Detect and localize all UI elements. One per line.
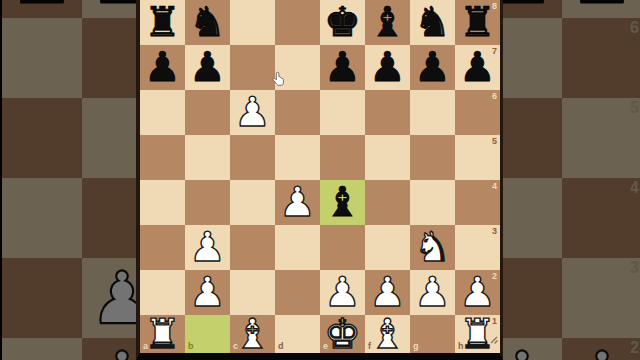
rank-label-8: 8 (492, 2, 497, 11)
square-b2[interactable]: ♟ (185, 270, 230, 315)
square-d4[interactable]: ♟ (275, 180, 320, 225)
square-c7[interactable] (230, 45, 275, 90)
square-e2[interactable]: ♟ (320, 270, 365, 315)
square-b6[interactable] (185, 90, 230, 135)
piece-wP-d4[interactable]: ♟ (279, 182, 316, 223)
square-b4[interactable] (185, 180, 230, 225)
piece-wP-b3[interactable]: ♟ (189, 227, 226, 268)
square-d1[interactable]: d (275, 315, 320, 353)
board-resize-handle-icon[interactable] (489, 335, 498, 344)
file-label-h: h (458, 342, 464, 351)
piece-bP-g7[interactable]: ♟ (414, 47, 451, 88)
rank-label-6: 6 (492, 92, 497, 101)
piece-bR-h8[interactable]: ♜ (459, 2, 496, 43)
square-e5[interactable] (320, 135, 365, 180)
chess-board-frame: ♜♞♚♝♞♜8♟♟♟♟♟♟7♟65♟♝4♟♞3♟♟♟♟♟2♜ab♝cd♚e♝fg… (136, 0, 503, 360)
rank-label-2: 2 (492, 272, 497, 281)
square-b5[interactable] (185, 135, 230, 180)
piece-wP-h2[interactable]: ♟ (459, 272, 496, 313)
piece-bR-a8[interactable]: ♜ (144, 2, 181, 43)
square-f1[interactable]: ♝f (365, 315, 410, 353)
square-g8[interactable]: ♞ (410, 0, 455, 45)
square-f3[interactable] (365, 225, 410, 270)
rank-label-5: 5 (492, 137, 497, 146)
square-h5[interactable]: 5 (455, 135, 500, 180)
square-g4[interactable] (410, 180, 455, 225)
rank-label-7: 7 (492, 47, 497, 56)
piece-bP-a7[interactable]: ♟ (144, 47, 181, 88)
file-label-e: e (323, 342, 328, 351)
piece-bP-e7[interactable]: ♟ (324, 47, 361, 88)
square-h8[interactable]: ♜8 (455, 0, 500, 45)
square-f5[interactable] (365, 135, 410, 180)
square-g6[interactable] (410, 90, 455, 135)
square-g7[interactable]: ♟ (410, 45, 455, 90)
square-a5[interactable] (140, 135, 185, 180)
piece-bP-f7[interactable]: ♟ (369, 47, 406, 88)
square-a6[interactable] (140, 90, 185, 135)
square-f2[interactable]: ♟ (365, 270, 410, 315)
square-e7[interactable]: ♟ (320, 45, 365, 90)
square-d6[interactable] (275, 90, 320, 135)
square-d5[interactable] (275, 135, 320, 180)
square-a3[interactable] (140, 225, 185, 270)
square-h6[interactable]: 6 (455, 90, 500, 135)
piece-wN-g3[interactable]: ♞ (414, 227, 451, 268)
file-label-g: g (413, 342, 419, 351)
square-e6[interactable] (320, 90, 365, 135)
square-c6[interactable]: ♟ (230, 90, 275, 135)
piece-wP-f2[interactable]: ♟ (369, 272, 406, 313)
piece-wR-a1[interactable]: ♜ (144, 314, 181, 355)
file-label-d: d (278, 342, 284, 351)
piece-bN-b8[interactable]: ♞ (189, 2, 226, 43)
piece-bB-f8[interactable]: ♝ (369, 2, 406, 43)
piece-wP-b2[interactable]: ♟ (189, 272, 226, 313)
square-e3[interactable] (320, 225, 365, 270)
hand-pointer-cursor-icon (271, 71, 286, 90)
rank-label-3: 3 (492, 227, 497, 236)
square-h1[interactable]: ♜h1 (455, 315, 500, 353)
piece-bP-h7[interactable]: ♟ (459, 47, 496, 88)
square-h2[interactable]: ♟2 (455, 270, 500, 315)
square-c1[interactable]: ♝c (230, 315, 275, 353)
square-d3[interactable] (275, 225, 320, 270)
piece-wP-e2[interactable]: ♟ (324, 272, 361, 313)
square-e1[interactable]: ♚e (320, 315, 365, 353)
square-f8[interactable]: ♝ (365, 0, 410, 45)
square-f6[interactable] (365, 90, 410, 135)
square-c5[interactable] (230, 135, 275, 180)
file-label-c: c (233, 342, 238, 351)
rank-label-4: 4 (492, 182, 497, 191)
square-a2[interactable] (140, 270, 185, 315)
square-e8[interactable]: ♚ (320, 0, 365, 45)
square-a4[interactable] (140, 180, 185, 225)
piece-wK-e1[interactable]: ♚ (324, 314, 361, 355)
rank-label-1: 1 (492, 317, 497, 326)
piece-wB-c1[interactable]: ♝ (234, 314, 271, 355)
file-label-a: a (143, 342, 148, 351)
square-d8[interactable] (275, 0, 320, 45)
piece-wB-f1[interactable]: ♝ (369, 314, 406, 355)
square-h3[interactable]: 3 (455, 225, 500, 270)
square-a8[interactable]: ♜ (140, 0, 185, 45)
square-a7[interactable]: ♟ (140, 45, 185, 90)
video-frame: 8♟♟♟♟7654♟3♟♟♟21 ♜♞♚♝♞♜8♟♟♟♟♟♟7♟65♟♝4♟♞3… (0, 0, 640, 360)
square-b7[interactable]: ♟ (185, 45, 230, 90)
file-label-b: b (188, 342, 194, 351)
chess-board[interactable]: ♜♞♚♝♞♜8♟♟♟♟♟♟7♟65♟♝4♟♞3♟♟♟♟♟2♜ab♝cd♚e♝fg… (140, 0, 500, 353)
piece-wP-c6[interactable]: ♟ (234, 92, 271, 133)
square-f7[interactable]: ♟ (365, 45, 410, 90)
square-g3[interactable]: ♞ (410, 225, 455, 270)
piece-bK-e8[interactable]: ♚ (324, 2, 361, 43)
piece-bP-b7[interactable]: ♟ (189, 47, 226, 88)
square-g5[interactable] (410, 135, 455, 180)
square-c4[interactable] (230, 180, 275, 225)
piece-wP-g2[interactable]: ♟ (414, 272, 451, 313)
square-a1[interactable]: ♜a (140, 315, 185, 353)
square-c2[interactable] (230, 270, 275, 315)
piece-bB-e4[interactable]: ♝ (324, 182, 361, 223)
file-label-f: f (368, 342, 371, 351)
square-c3[interactable] (230, 225, 275, 270)
piece-bN-g8[interactable]: ♞ (414, 2, 451, 43)
square-h4[interactable]: 4 (455, 180, 500, 225)
square-e4[interactable]: ♝ (320, 180, 365, 225)
square-g2[interactable]: ♟ (410, 270, 455, 315)
square-c8[interactable] (230, 0, 275, 45)
square-d2[interactable] (275, 270, 320, 315)
square-b1[interactable]: b (185, 315, 230, 353)
square-b3[interactable]: ♟ (185, 225, 230, 270)
square-b8[interactable]: ♞ (185, 0, 230, 45)
square-g1[interactable]: g (410, 315, 455, 353)
piece-wR-h1[interactable]: ♜ (459, 314, 496, 355)
square-f4[interactable] (365, 180, 410, 225)
square-h7[interactable]: ♟7 (455, 45, 500, 90)
